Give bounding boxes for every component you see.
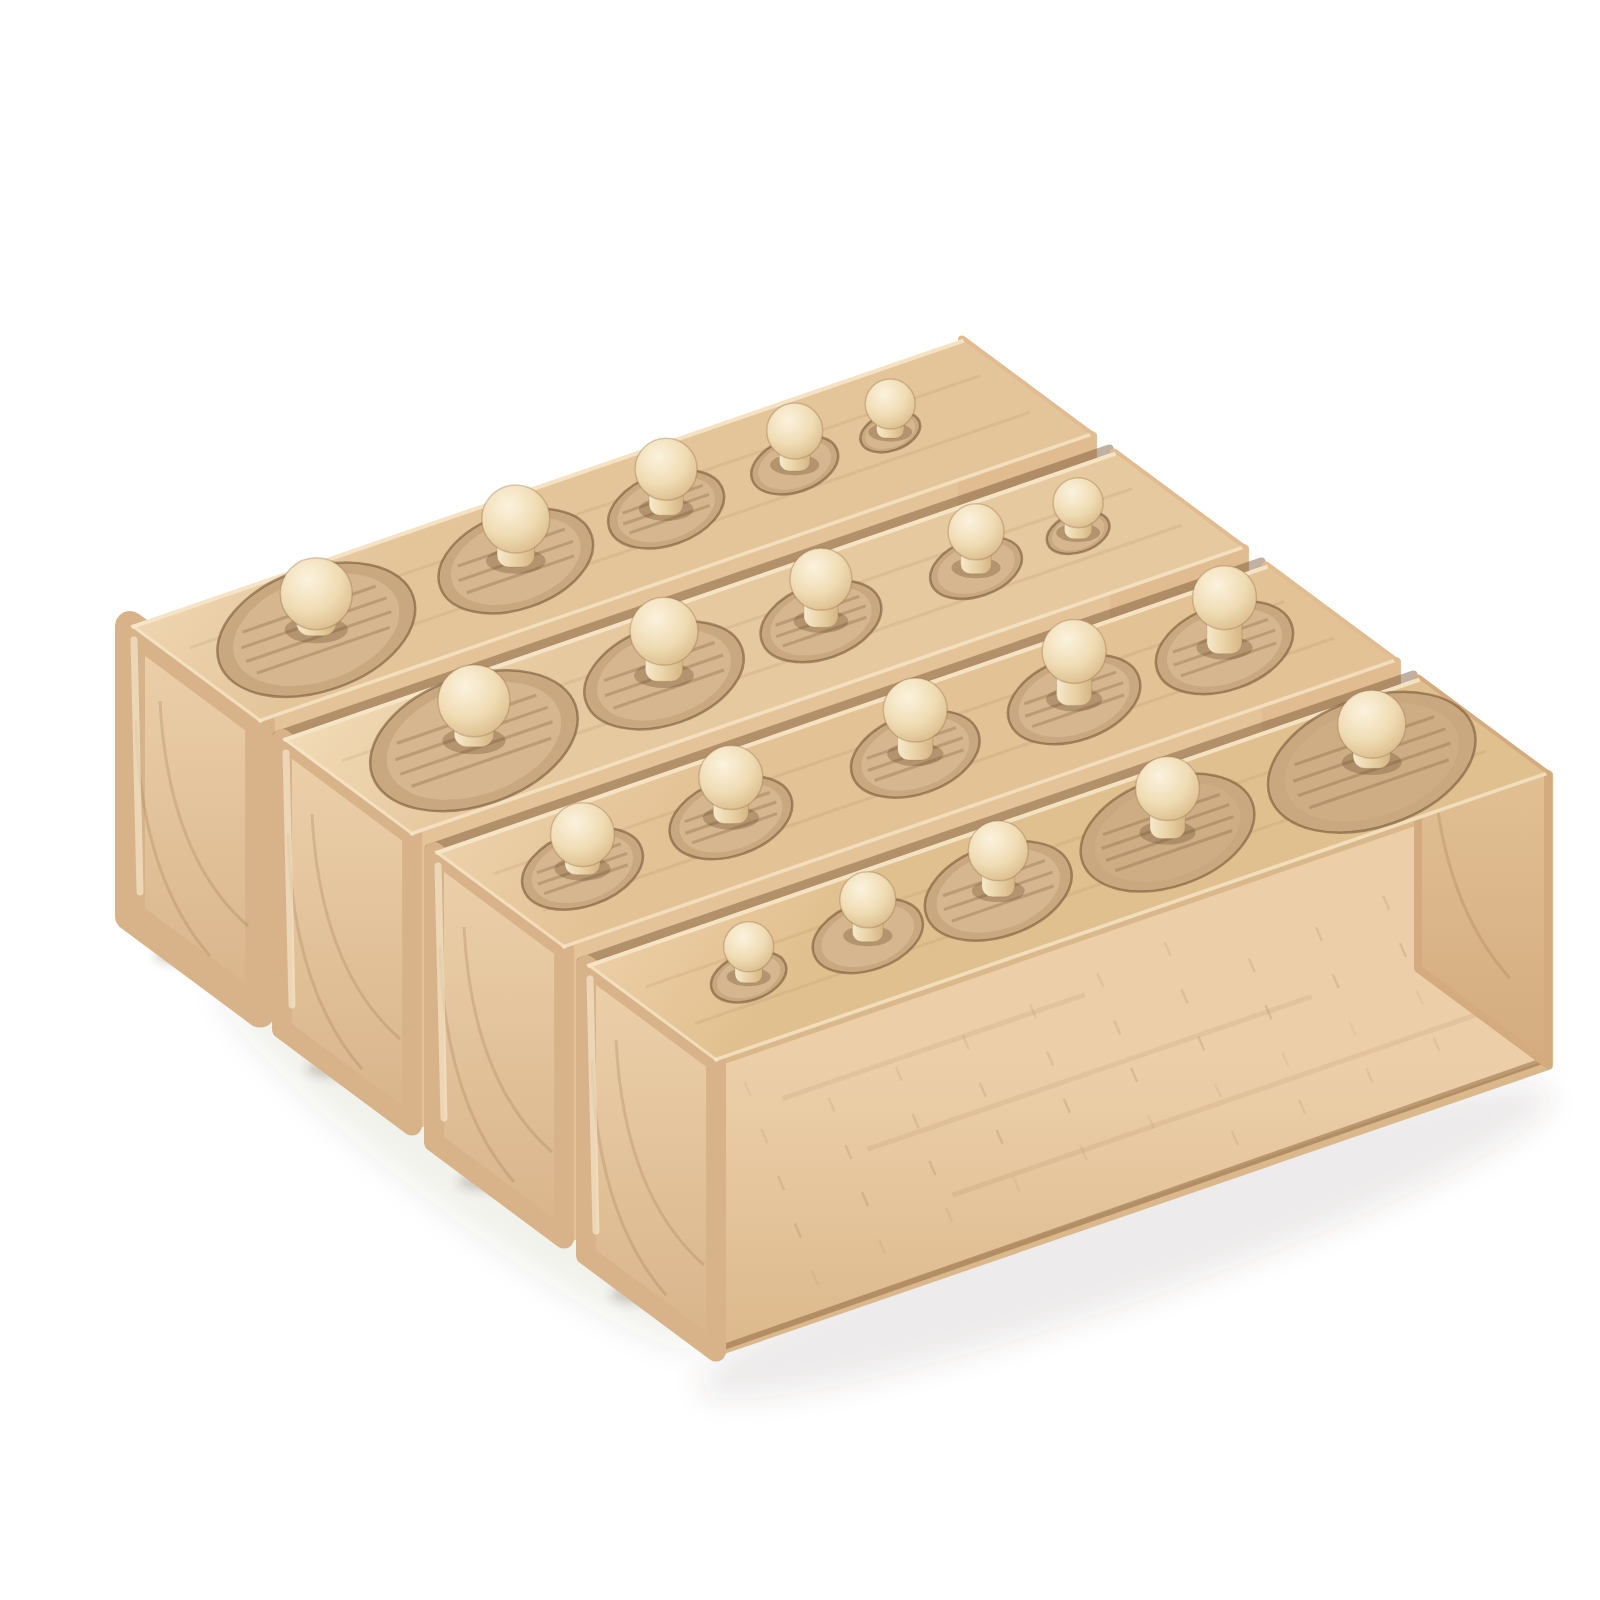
knob-block2-cyl2[interactable] — [630, 597, 698, 688]
knob-block3-cyl3[interactable] — [883, 678, 947, 766]
knob-block3-cyl1[interactable] — [550, 803, 614, 881]
knob-block2-cyl5[interactable] — [1053, 478, 1103, 542]
knob-block1-cyl2[interactable] — [482, 485, 550, 574]
knob-block2-cyl4[interactable] — [948, 504, 1004, 578]
cylinder-blocks-scene — [40, 16, 1600, 1600]
knob-block2-cyl3[interactable] — [790, 548, 852, 633]
knob-block2-cyl1[interactable] — [438, 665, 510, 754]
knob-block4-cyl2[interactable] — [840, 872, 896, 946]
knob-block4-cyl1[interactable] — [724, 922, 774, 986]
knob-block3-cyl5[interactable] — [1192, 566, 1256, 660]
knob-block4-cyl4[interactable] — [1136, 757, 1200, 845]
knob-block3-cyl4[interactable] — [1042, 619, 1106, 711]
product-photo-stage — [40, 16, 1600, 1600]
knob-block1-cyl4[interactable] — [767, 403, 823, 475]
knob-block4-cyl5[interactable] — [1338, 690, 1406, 775]
knob-block4-cyl3[interactable] — [968, 821, 1028, 902]
knob-block1-cyl5[interactable] — [865, 379, 915, 441]
knob-block3-cyl2[interactable] — [699, 746, 763, 830]
knob-block1-cyl1[interactable] — [280, 558, 352, 643]
knob-block1-cyl3[interactable] — [635, 438, 697, 521]
